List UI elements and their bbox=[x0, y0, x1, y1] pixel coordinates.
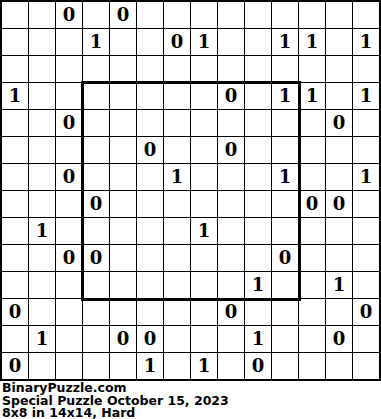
cell-r3-c3[interactable] bbox=[83, 83, 109, 109]
cell-r7-c1[interactable] bbox=[29, 191, 55, 217]
cell-r11-c7[interactable] bbox=[191, 299, 217, 325]
cell-r7-c9[interactable] bbox=[245, 191, 271, 217]
cell-r6-c7[interactable] bbox=[191, 164, 217, 190]
cell-r13-c12[interactable] bbox=[326, 353, 352, 379]
cell-r5-c9[interactable] bbox=[245, 137, 271, 163]
cell-r1-c3: 1 bbox=[83, 29, 109, 55]
cell-r11-c2[interactable] bbox=[56, 299, 82, 325]
cell-r7-c3: 0 bbox=[83, 191, 109, 217]
cell-r10-c9: 1 bbox=[245, 272, 271, 298]
cell-r10-c2[interactable] bbox=[56, 272, 82, 298]
cell-r12-c10[interactable] bbox=[272, 326, 298, 352]
cell-r7-c10[interactable] bbox=[272, 191, 298, 217]
cell-r0-c3[interactable] bbox=[83, 2, 109, 28]
cell-r0-c13[interactable] bbox=[353, 2, 379, 28]
cell-r13-c1[interactable] bbox=[29, 353, 55, 379]
cell-r7-c4[interactable] bbox=[110, 191, 136, 217]
cell-r8-c9[interactable] bbox=[245, 218, 271, 244]
cell-r4-c2: 0 bbox=[56, 110, 82, 136]
cell-r8-c6[interactable] bbox=[164, 218, 190, 244]
cell-r0-c9[interactable] bbox=[245, 2, 271, 28]
cell-r3-c12[interactable] bbox=[326, 83, 352, 109]
cell-r0-c1[interactable] bbox=[29, 2, 55, 28]
cell-r2-c8[interactable] bbox=[218, 56, 244, 82]
cell-r0-c11[interactable] bbox=[299, 2, 325, 28]
cell-r7-c11: 0 bbox=[299, 191, 325, 217]
cell-r8-c7: 1 bbox=[191, 218, 217, 244]
cell-r7-c6[interactable] bbox=[164, 191, 190, 217]
cell-r0-c0[interactable] bbox=[2, 2, 28, 28]
cell-r3-c4[interactable] bbox=[110, 83, 136, 109]
cell-r11-c0: 0 bbox=[2, 299, 28, 325]
cell-r5-c2[interactable] bbox=[56, 137, 82, 163]
cell-r9-c0[interactable] bbox=[2, 245, 28, 271]
cell-r4-c3[interactable] bbox=[83, 110, 109, 136]
cell-r11-c1[interactable] bbox=[29, 299, 55, 325]
page: 0010111110111000001110001100011000100100… bbox=[0, 0, 381, 419]
cell-r13-c6[interactable] bbox=[164, 353, 190, 379]
cell-r2-c7[interactable] bbox=[191, 56, 217, 82]
cell-r3-c11: 1 bbox=[299, 83, 325, 109]
cell-r10-c12: 1 bbox=[326, 272, 352, 298]
cell-r2-c1[interactable] bbox=[29, 56, 55, 82]
cell-r1-c13: 1 bbox=[353, 29, 379, 55]
cell-r12-c4: 0 bbox=[110, 326, 136, 352]
cell-r12-c7[interactable] bbox=[191, 326, 217, 352]
cell-r8-c2[interactable] bbox=[56, 218, 82, 244]
cell-r9-c7[interactable] bbox=[191, 245, 217, 271]
cell-r13-c3[interactable] bbox=[83, 353, 109, 379]
cell-r0-c7[interactable] bbox=[191, 2, 217, 28]
cell-r5-c5: 0 bbox=[137, 137, 163, 163]
cell-r8-c10[interactable] bbox=[272, 218, 298, 244]
cell-r0-c8[interactable] bbox=[218, 2, 244, 28]
cell-r8-c3[interactable] bbox=[83, 218, 109, 244]
cell-r1-c2[interactable] bbox=[56, 29, 82, 55]
cell-r0-c6[interactable] bbox=[164, 2, 190, 28]
cell-r2-c3[interactable] bbox=[83, 56, 109, 82]
cell-r8-c0[interactable] bbox=[2, 218, 28, 244]
cell-r6-c12[interactable] bbox=[326, 164, 352, 190]
cell-r3-c0: 1 bbox=[2, 83, 28, 109]
cell-r0-c2: 0 bbox=[56, 2, 82, 28]
cell-r11-c3[interactable] bbox=[83, 299, 109, 325]
cell-r3-c9[interactable] bbox=[245, 83, 271, 109]
cell-r11-c11[interactable] bbox=[299, 299, 325, 325]
cell-r2-c5[interactable] bbox=[137, 56, 163, 82]
cell-r8-c5[interactable] bbox=[137, 218, 163, 244]
cell-r5-c0[interactable] bbox=[2, 137, 28, 163]
cell-r9-c11[interactable] bbox=[299, 245, 325, 271]
cell-r1-c1[interactable] bbox=[29, 29, 55, 55]
cell-r10-c13[interactable] bbox=[353, 272, 379, 298]
cell-r3-c13: 1 bbox=[353, 83, 379, 109]
cell-r10-c11[interactable] bbox=[299, 272, 325, 298]
cell-r4-c11[interactable] bbox=[299, 110, 325, 136]
cell-r1-c11: 1 bbox=[299, 29, 325, 55]
cell-r12-c6[interactable] bbox=[164, 326, 190, 352]
cell-r4-c0[interactable] bbox=[2, 110, 28, 136]
cell-r2-c9[interactable] bbox=[245, 56, 271, 82]
cell-r6-c2: 0 bbox=[56, 164, 82, 190]
cell-r5-c11[interactable] bbox=[299, 137, 325, 163]
cell-r6-c1[interactable] bbox=[29, 164, 55, 190]
cell-r6-c3[interactable] bbox=[83, 164, 109, 190]
cell-r11-c4[interactable] bbox=[110, 299, 136, 325]
cell-r13-c0: 0 bbox=[2, 353, 28, 379]
cell-r0-c4: 0 bbox=[110, 2, 136, 28]
cell-r9-c9[interactable] bbox=[245, 245, 271, 271]
cell-r12-c0[interactable] bbox=[2, 326, 28, 352]
cell-r10-c10[interactable] bbox=[272, 272, 298, 298]
cell-r9-c13[interactable] bbox=[353, 245, 379, 271]
cell-r8-c1: 1 bbox=[29, 218, 55, 244]
cell-r2-c10[interactable] bbox=[272, 56, 298, 82]
cell-r4-c4[interactable] bbox=[110, 110, 136, 136]
cell-r6-c9[interactable] bbox=[245, 164, 271, 190]
cell-r4-c13[interactable] bbox=[353, 110, 379, 136]
cell-r12-c12: 0 bbox=[326, 326, 352, 352]
cell-r10-c6[interactable] bbox=[164, 272, 190, 298]
cell-r2-c11[interactable] bbox=[299, 56, 325, 82]
cell-r1-c4[interactable] bbox=[110, 29, 136, 55]
cell-r5-c3[interactable] bbox=[83, 137, 109, 163]
cell-r7-c7[interactable] bbox=[191, 191, 217, 217]
cell-r11-c9[interactable] bbox=[245, 299, 271, 325]
cell-r7-c8[interactable] bbox=[218, 191, 244, 217]
cell-r5-c1[interactable] bbox=[29, 137, 55, 163]
cell-r12-c13[interactable] bbox=[353, 326, 379, 352]
cell-r7-c12: 0 bbox=[326, 191, 352, 217]
cell-r4-c8[interactable] bbox=[218, 110, 244, 136]
cell-r13-c13[interactable] bbox=[353, 353, 379, 379]
cell-r2-c2[interactable] bbox=[56, 56, 82, 82]
cell-r13-c11[interactable] bbox=[299, 353, 325, 379]
cell-r13-c4[interactable] bbox=[110, 353, 136, 379]
cell-r5-c4[interactable] bbox=[110, 137, 136, 163]
cell-r2-c4[interactable] bbox=[110, 56, 136, 82]
caption: BinaryPuzzle.com Special Puzzle October … bbox=[0, 381, 381, 419]
cell-r2-c13[interactable] bbox=[353, 56, 379, 82]
cell-r9-c10: 0 bbox=[272, 245, 298, 271]
cell-r2-c12[interactable] bbox=[326, 56, 352, 82]
cell-r11-c13: 0 bbox=[353, 299, 379, 325]
cell-r11-c8: 0 bbox=[218, 299, 244, 325]
cell-r12-c9: 1 bbox=[245, 326, 271, 352]
cell-r12-c5: 0 bbox=[137, 326, 163, 352]
cell-r3-c5[interactable] bbox=[137, 83, 163, 109]
cell-r1-c0[interactable] bbox=[2, 29, 28, 55]
cell-r7-c2[interactable] bbox=[56, 191, 82, 217]
cell-r7-c5[interactable] bbox=[137, 191, 163, 217]
cell-r9-c6[interactable] bbox=[164, 245, 190, 271]
cell-r12-c8[interactable] bbox=[218, 326, 244, 352]
cell-r8-c11[interactable] bbox=[299, 218, 325, 244]
cell-r12-c1: 1 bbox=[29, 326, 55, 352]
cell-r0-c12[interactable] bbox=[326, 2, 352, 28]
cell-r13-c9: 0 bbox=[245, 353, 271, 379]
cell-r10-c1[interactable] bbox=[29, 272, 55, 298]
cell-r4-c12: 0 bbox=[326, 110, 352, 136]
cell-r2-c0[interactable] bbox=[2, 56, 28, 82]
cell-r12-c11[interactable] bbox=[299, 326, 325, 352]
cell-r9-c1[interactable] bbox=[29, 245, 55, 271]
cell-r10-c4[interactable] bbox=[110, 272, 136, 298]
cell-r7-c0[interactable] bbox=[2, 191, 28, 217]
cell-r0-c10[interactable] bbox=[272, 2, 298, 28]
cell-r9-c5[interactable] bbox=[137, 245, 163, 271]
cell-r10-c0[interactable] bbox=[2, 272, 28, 298]
cell-r12-c2[interactable] bbox=[56, 326, 82, 352]
cell-r1-c7: 1 bbox=[191, 29, 217, 55]
cell-r6-c13: 1 bbox=[353, 164, 379, 190]
cell-r3-c10: 1 bbox=[272, 83, 298, 109]
cell-r1-c6: 0 bbox=[164, 29, 190, 55]
cell-r10-c8[interactable] bbox=[218, 272, 244, 298]
cell-r9-c4[interactable] bbox=[110, 245, 136, 271]
cell-r3-c6[interactable] bbox=[164, 83, 190, 109]
cell-r3-c8: 0 bbox=[218, 83, 244, 109]
cell-r6-c6: 1 bbox=[164, 164, 190, 190]
cell-r6-c5[interactable] bbox=[137, 164, 163, 190]
cell-r4-c7[interactable] bbox=[191, 110, 217, 136]
cell-r1-c12[interactable] bbox=[326, 29, 352, 55]
cell-r4-c6[interactable] bbox=[164, 110, 190, 136]
cell-r11-c6[interactable] bbox=[164, 299, 190, 325]
cell-r8-c13[interactable] bbox=[353, 218, 379, 244]
cell-r9-c12[interactable] bbox=[326, 245, 352, 271]
cell-r4-c10[interactable] bbox=[272, 110, 298, 136]
cell-r13-c2[interactable] bbox=[56, 353, 82, 379]
cell-r13-c7: 1 bbox=[191, 353, 217, 379]
cell-r8-c8[interactable] bbox=[218, 218, 244, 244]
cell-r4-c5[interactable] bbox=[137, 110, 163, 136]
cell-r3-c2[interactable] bbox=[56, 83, 82, 109]
cell-r5-c8: 0 bbox=[218, 137, 244, 163]
cell-r5-c13[interactable] bbox=[353, 137, 379, 163]
cell-r6-c4[interactable] bbox=[110, 164, 136, 190]
cell-r6-c0[interactable] bbox=[2, 164, 28, 190]
cell-r4-c1[interactable] bbox=[29, 110, 55, 136]
cell-r10-c5[interactable] bbox=[137, 272, 163, 298]
cell-r8-c12[interactable] bbox=[326, 218, 352, 244]
cell-r6-c11[interactable] bbox=[299, 164, 325, 190]
cell-r1-c10: 1 bbox=[272, 29, 298, 55]
cell-r11-c5[interactable] bbox=[137, 299, 163, 325]
cell-r11-c12[interactable] bbox=[326, 299, 352, 325]
cell-r8-c4[interactable] bbox=[110, 218, 136, 244]
cell-r1-c5[interactable] bbox=[137, 29, 163, 55]
cell-r5-c6[interactable] bbox=[164, 137, 190, 163]
cell-r7-c13[interactable] bbox=[353, 191, 379, 217]
cell-r10-c7[interactable] bbox=[191, 272, 217, 298]
cell-r13-c5: 1 bbox=[137, 353, 163, 379]
cell-r9-c8[interactable] bbox=[218, 245, 244, 271]
puzzle-info: 8x8 in 14x14, Hard bbox=[2, 407, 381, 419]
cell-r0-c5[interactable] bbox=[137, 2, 163, 28]
cell-r6-c8[interactable] bbox=[218, 164, 244, 190]
cell-r9-c3: 0 bbox=[83, 245, 109, 271]
cell-r12-c3[interactable] bbox=[83, 326, 109, 352]
cell-r13-c10[interactable] bbox=[272, 353, 298, 379]
cell-r1-c9[interactable] bbox=[245, 29, 271, 55]
cell-r10-c3[interactable] bbox=[83, 272, 109, 298]
cell-r5-c7[interactable] bbox=[191, 137, 217, 163]
cell-r13-c8[interactable] bbox=[218, 353, 244, 379]
binary-puzzle-board: 0010111110111000001110001100011000100100… bbox=[0, 0, 381, 381]
cell-r5-c12[interactable] bbox=[326, 137, 352, 163]
cell-r4-c9[interactable] bbox=[245, 110, 271, 136]
cell-r2-c6[interactable] bbox=[164, 56, 190, 82]
cell-r6-c10: 1 bbox=[272, 164, 298, 190]
cell-r1-c8[interactable] bbox=[218, 29, 244, 55]
cell-r9-c2: 0 bbox=[56, 245, 82, 271]
cell-r5-c10[interactable] bbox=[272, 137, 298, 163]
cell-r3-c1[interactable] bbox=[29, 83, 55, 109]
cell-r11-c10[interactable] bbox=[272, 299, 298, 325]
cell-r3-c7[interactable] bbox=[191, 83, 217, 109]
